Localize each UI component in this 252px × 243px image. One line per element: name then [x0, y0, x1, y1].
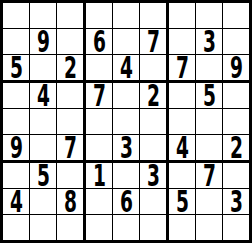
cell-r6c4[interactable] [86, 135, 112, 160]
cell-r2c3[interactable] [57, 29, 83, 54]
cell-r6c8[interactable] [196, 135, 222, 160]
cell-r1c9[interactable] [223, 3, 249, 28]
cell-r5c4[interactable] [86, 109, 112, 134]
cell-r3c9[interactable]: 9 [223, 55, 249, 80]
cell-r6c5[interactable]: 3 [113, 135, 139, 160]
cell-r8c7[interactable]: 5 [169, 189, 195, 214]
cell-r4c2[interactable]: 4 [30, 83, 56, 108]
given-digit: 7 [93, 83, 106, 108]
cell-r5c7[interactable] [169, 109, 195, 134]
cell-r4c7[interactable] [169, 83, 195, 108]
cell-r6c9[interactable]: 2 [223, 135, 249, 160]
cell-r3c8[interactable] [196, 55, 222, 80]
cell-r5c5[interactable] [113, 109, 139, 134]
cell-r7c4[interactable]: 1 [86, 163, 112, 188]
cell-r3c6[interactable] [140, 55, 166, 80]
sudoku-board: 967352479472597342513748653 [0, 0, 252, 243]
cell-r5c2[interactable] [30, 109, 56, 134]
given-digit: 3 [147, 163, 160, 188]
cell-r9c2[interactable] [30, 215, 56, 240]
given-digit: 3 [203, 29, 216, 54]
cell-r2c1[interactable] [3, 29, 29, 54]
given-digit: 8 [64, 189, 77, 214]
cell-r2c9[interactable] [223, 29, 249, 54]
given-digit: 5 [203, 83, 216, 108]
cell-r9c4[interactable] [86, 215, 112, 240]
cell-r9c6[interactable] [140, 215, 166, 240]
cell-r6c3[interactable]: 7 [57, 135, 83, 160]
given-digit: 3 [230, 189, 243, 214]
given-digit: 5 [37, 163, 50, 188]
cell-r2c8[interactable]: 3 [196, 29, 222, 54]
cell-r8c5[interactable]: 6 [113, 189, 139, 214]
cell-r4c1[interactable] [3, 83, 29, 108]
cell-r4c5[interactable] [113, 83, 139, 108]
cell-r9c9[interactable] [223, 215, 249, 240]
cell-r1c6[interactable] [140, 3, 166, 28]
cell-r8c4[interactable] [86, 189, 112, 214]
cell-r1c1[interactable] [3, 3, 29, 28]
cell-r1c2[interactable] [30, 3, 56, 28]
cell-r5c6[interactable] [140, 109, 166, 134]
given-digit: 4 [120, 55, 133, 80]
cell-r5c9[interactable] [223, 109, 249, 134]
cell-r7c7[interactable] [169, 163, 195, 188]
cell-r4c8[interactable]: 5 [196, 83, 222, 108]
given-digit: 9 [37, 29, 50, 54]
cell-r3c2[interactable] [30, 55, 56, 80]
cell-r6c1[interactable]: 9 [3, 135, 29, 160]
cell-r3c7[interactable]: 7 [169, 55, 195, 80]
cell-r9c5[interactable] [113, 215, 139, 240]
given-digit: 2 [230, 135, 243, 160]
cell-r3c1[interactable]: 5 [3, 55, 29, 80]
given-digit: 5 [176, 189, 189, 214]
cell-r2c7[interactable] [169, 29, 195, 54]
cell-r4c3[interactable] [57, 83, 83, 108]
given-digit: 7 [203, 163, 216, 188]
cell-r4c9[interactable] [223, 83, 249, 108]
given-digit: 2 [147, 83, 160, 108]
cell-r1c5[interactable] [113, 3, 139, 28]
cell-r2c2[interactable]: 9 [30, 29, 56, 54]
given-digit: 5 [10, 55, 23, 80]
cell-r9c7[interactable] [169, 215, 195, 240]
cell-r1c7[interactable] [169, 3, 195, 28]
cell-r2c6[interactable]: 7 [140, 29, 166, 54]
cell-r9c8[interactable] [196, 215, 222, 240]
cell-r6c7[interactable]: 4 [169, 135, 195, 160]
given-digit: 4 [10, 189, 23, 214]
cell-r4c4[interactable]: 7 [86, 83, 112, 108]
cell-r8c3[interactable]: 8 [57, 189, 83, 214]
cell-r7c8[interactable]: 7 [196, 163, 222, 188]
cell-r3c4[interactable] [86, 55, 112, 80]
given-digit: 6 [120, 189, 133, 214]
cell-r8c9[interactable]: 3 [223, 189, 249, 214]
cell-r8c8[interactable] [196, 189, 222, 214]
given-digit: 2 [64, 55, 77, 80]
given-digit: 7 [64, 135, 77, 160]
cell-r7c3[interactable] [57, 163, 83, 188]
given-digit: 4 [37, 83, 50, 108]
given-digit: 4 [176, 135, 189, 160]
cell-r2c5[interactable] [113, 29, 139, 54]
cell-r7c1[interactable] [3, 163, 29, 188]
cell-r8c1[interactable]: 4 [3, 189, 29, 214]
cell-r9c3[interactable] [57, 215, 83, 240]
cell-r7c9[interactable] [223, 163, 249, 188]
given-digit: 3 [120, 135, 133, 160]
cell-r8c2[interactable] [30, 189, 56, 214]
cell-r7c6[interactable]: 3 [140, 163, 166, 188]
cell-r3c3[interactable]: 2 [57, 55, 83, 80]
cell-r8c6[interactable] [140, 189, 166, 214]
cell-r3c5[interactable]: 4 [113, 55, 139, 80]
cell-r9c1[interactable] [3, 215, 29, 240]
cell-r5c1[interactable] [3, 109, 29, 134]
cell-r4c6[interactable]: 2 [140, 83, 166, 108]
cell-r5c8[interactable] [196, 109, 222, 134]
cell-r6c6[interactable] [140, 135, 166, 160]
given-digit: 6 [93, 29, 106, 54]
given-digit: 9 [230, 55, 243, 80]
cell-r7c5[interactable] [113, 163, 139, 188]
given-digit: 1 [93, 163, 106, 188]
cell-r7c2[interactable]: 5 [30, 163, 56, 188]
given-digit: 7 [176, 55, 189, 80]
cell-r1c3[interactable] [57, 3, 83, 28]
cell-r1c8[interactable] [196, 3, 222, 28]
cell-r1c4[interactable] [86, 3, 112, 28]
cell-r5c3[interactable] [57, 109, 83, 134]
given-digit: 7 [147, 29, 160, 54]
given-digit: 9 [10, 135, 23, 160]
cell-r2c4[interactable]: 6 [86, 29, 112, 54]
cell-r6c2[interactable] [30, 135, 56, 160]
